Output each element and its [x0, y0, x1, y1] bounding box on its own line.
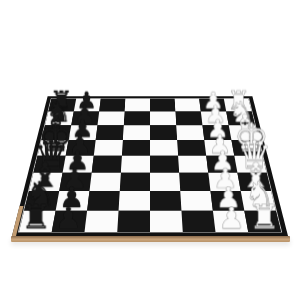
square-r2c5[interactable] — [150, 112, 176, 126]
black-pawn-piece[interactable]: ♟ — [52, 203, 85, 233]
board-pinstripe: ♜♟♟♜♞♟♟♞♝♟♟♝♚♟♟♚♛♟♟♛♝♟♟♝♞♟♟♞♜♟♟♜ — [18, 98, 282, 232]
square-r5c5[interactable] — [150, 156, 179, 173]
square-r8c1[interactable]: ♜ — [19, 211, 56, 232]
square-r8c4[interactable] — [117, 211, 150, 232]
square-r8c3[interactable] — [84, 211, 118, 232]
square-r1c3[interactable] — [99, 99, 125, 112]
square-r4c5[interactable] — [150, 140, 178, 156]
square-r7c6[interactable] — [180, 191, 213, 211]
square-r1c6[interactable] — [175, 99, 201, 112]
square-r3c3[interactable] — [96, 125, 124, 140]
square-r3c4[interactable] — [123, 125, 150, 140]
chessboard: ♜♟♟♜♞♟♟♞♝♟♟♝♚♟♟♚♛♟♟♛♝♟♟♝♞♟♟♞♜♟♟♜ — [12, 96, 288, 236]
square-r4c6[interactable] — [177, 140, 206, 156]
square-r4c4[interactable] — [122, 140, 150, 156]
square-r6c4[interactable] — [120, 173, 150, 191]
square-r4c3[interactable] — [94, 140, 123, 156]
square-r8c6[interactable] — [181, 211, 215, 232]
square-r1c4[interactable] — [125, 99, 150, 112]
square-r5c6[interactable] — [178, 156, 208, 173]
black-rook-piece[interactable]: ♜ — [20, 199, 53, 233]
square-r1c5[interactable] — [150, 99, 175, 112]
square-r8c7[interactable]: ♟ — [213, 211, 248, 232]
square-r2c3[interactable] — [98, 112, 125, 126]
white-pawn-piece[interactable]: ♟ — [215, 203, 248, 233]
square-r8c8[interactable]: ♜ — [244, 211, 281, 232]
square-r8c2[interactable]: ♟ — [52, 211, 87, 232]
white-rook-piece[interactable]: ♜ — [248, 199, 281, 233]
square-r2c6[interactable] — [175, 112, 202, 126]
square-r7c3[interactable] — [87, 191, 120, 211]
wooden-base-edge — [11, 236, 290, 242]
chess-photo-scene: ♜♟♟♜♞♟♟♞♝♟♟♝♚♟♟♚♛♟♟♛♝♟♟♝♞♟♟♞♜♟♟♜ — [0, 0, 300, 300]
square-r5c3[interactable] — [92, 156, 122, 173]
board-grid: ♜♟♟♜♞♟♟♞♝♟♟♝♚♟♟♚♛♟♟♛♝♟♟♝♞♟♟♞♜♟♟♜ — [19, 99, 281, 232]
square-r6c6[interactable] — [179, 173, 210, 191]
square-r3c6[interactable] — [176, 125, 204, 140]
square-r5c4[interactable] — [121, 156, 150, 173]
square-r6c3[interactable] — [89, 173, 120, 191]
square-r7c4[interactable] — [119, 191, 150, 211]
square-r7c5[interactable] — [150, 191, 181, 211]
square-r3c5[interactable] — [150, 125, 177, 140]
board-frame: ♜♟♟♜♞♟♟♞♝♟♟♝♚♟♟♚♛♟♟♛♝♟♟♝♞♟♟♞♜♟♟♜ — [12, 96, 288, 236]
square-r6c5[interactable] — [150, 173, 180, 191]
square-r2c4[interactable] — [124, 112, 150, 126]
square-r8c5[interactable] — [150, 211, 183, 232]
